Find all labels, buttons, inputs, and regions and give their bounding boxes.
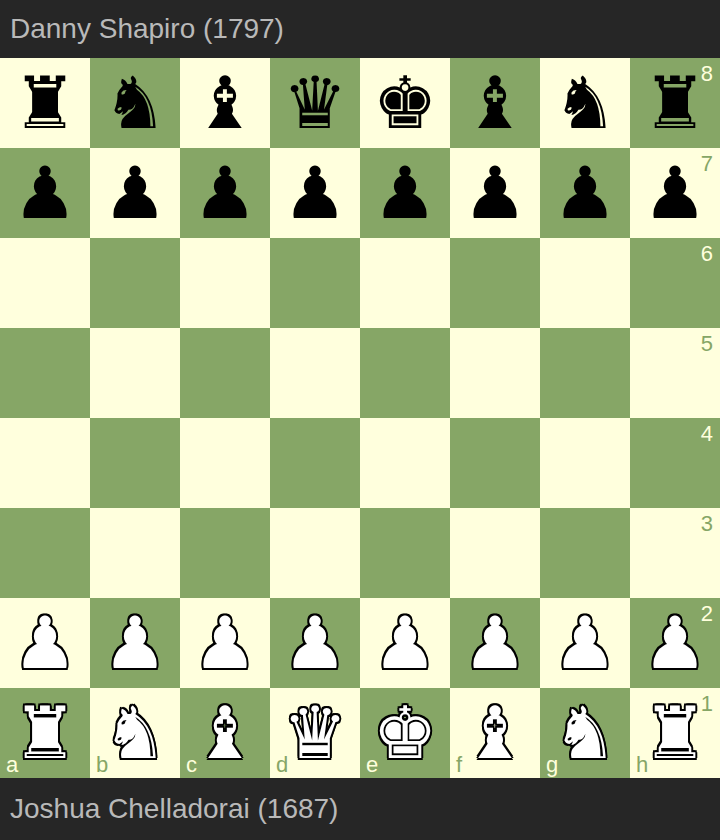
square-g6[interactable] — [540, 238, 630, 328]
coord-rank-5: 5 — [701, 333, 713, 355]
piece-black-knight[interactable]: ♞ — [553, 58, 618, 148]
square-h7[interactable]: ♟7 — [630, 148, 720, 238]
piece-white-pawn[interactable]: ♟ — [463, 598, 528, 688]
square-f4[interactable] — [450, 418, 540, 508]
piece-white-bishop[interactable]: ♝ — [193, 688, 258, 778]
square-e3[interactable] — [360, 508, 450, 598]
coord-rank-1: 1 — [701, 693, 713, 715]
piece-white-pawn[interactable]: ♟ — [373, 598, 438, 688]
coord-file-a: a — [6, 754, 18, 776]
square-a6[interactable] — [0, 238, 90, 328]
square-g3[interactable] — [540, 508, 630, 598]
square-e2[interactable]: ♟ — [360, 598, 450, 688]
piece-white-pawn[interactable]: ♟ — [103, 598, 168, 688]
square-f2[interactable]: ♟ — [450, 598, 540, 688]
piece-white-king[interactable]: ♚ — [373, 688, 438, 778]
square-f8[interactable]: ♝ — [450, 58, 540, 148]
square-e8[interactable]: ♚ — [360, 58, 450, 148]
piece-black-pawn[interactable]: ♟ — [283, 148, 348, 238]
square-c1[interactable]: ♝c — [180, 688, 270, 778]
game-screen: Danny Shapiro (1797) ♜♞♝♛♚♝♞♜8♟♟♟♟♟♟♟♟76… — [0, 0, 720, 840]
square-e7[interactable]: ♟ — [360, 148, 450, 238]
coord-rank-2: 2 — [701, 603, 713, 625]
square-e1[interactable]: ♚e — [360, 688, 450, 778]
square-b5[interactable] — [90, 328, 180, 418]
piece-black-king[interactable]: ♚ — [373, 58, 438, 148]
top-player-name: Danny Shapiro (1797) — [10, 13, 284, 45]
coord-file-c: c — [186, 754, 197, 776]
piece-white-bishop[interactable]: ♝ — [463, 688, 528, 778]
piece-white-pawn[interactable]: ♟ — [643, 598, 708, 688]
square-g7[interactable]: ♟ — [540, 148, 630, 238]
piece-black-pawn[interactable]: ♟ — [643, 148, 708, 238]
square-h2[interactable]: ♟2 — [630, 598, 720, 688]
piece-black-bishop[interactable]: ♝ — [193, 58, 258, 148]
square-b2[interactable]: ♟ — [90, 598, 180, 688]
square-g8[interactable]: ♞ — [540, 58, 630, 148]
square-h8[interactable]: ♜8 — [630, 58, 720, 148]
square-a8[interactable]: ♜ — [0, 58, 90, 148]
square-e5[interactable] — [360, 328, 450, 418]
square-h3[interactable]: 3 — [630, 508, 720, 598]
piece-white-rook[interactable]: ♜ — [13, 688, 78, 778]
square-e4[interactable] — [360, 418, 450, 508]
coord-file-d: d — [276, 754, 288, 776]
square-d7[interactable]: ♟ — [270, 148, 360, 238]
square-b3[interactable] — [90, 508, 180, 598]
piece-white-queen[interactable]: ♛ — [283, 688, 348, 778]
square-b1[interactable]: ♞b — [90, 688, 180, 778]
square-f3[interactable] — [450, 508, 540, 598]
coord-file-h: h — [636, 754, 648, 776]
square-d8[interactable]: ♛ — [270, 58, 360, 148]
coord-rank-6: 6 — [701, 243, 713, 265]
square-d2[interactable]: ♟ — [270, 598, 360, 688]
square-f5[interactable] — [450, 328, 540, 418]
square-b8[interactable]: ♞ — [90, 58, 180, 148]
piece-black-pawn[interactable]: ♟ — [373, 148, 438, 238]
piece-black-pawn[interactable]: ♟ — [103, 148, 168, 238]
coord-file-b: b — [96, 754, 108, 776]
chess-board[interactable]: ♜♞♝♛♚♝♞♜8♟♟♟♟♟♟♟♟76543♟♟♟♟♟♟♟♟2♜a♞b♝c♛d♚… — [0, 58, 720, 778]
coord-rank-8: 8 — [701, 63, 713, 85]
piece-white-pawn[interactable]: ♟ — [13, 598, 78, 688]
coord-file-f: f — [456, 754, 462, 776]
square-c8[interactable]: ♝ — [180, 58, 270, 148]
square-e6[interactable] — [360, 238, 450, 328]
square-g1[interactable]: ♞g — [540, 688, 630, 778]
square-c7[interactable]: ♟ — [180, 148, 270, 238]
piece-white-pawn[interactable]: ♟ — [553, 598, 618, 688]
piece-black-pawn[interactable]: ♟ — [13, 148, 78, 238]
bottom-player-name: Joshua Chelladorai (1687) — [10, 793, 338, 825]
square-h1[interactable]: ♜1h — [630, 688, 720, 778]
square-d1[interactable]: ♛d — [270, 688, 360, 778]
piece-black-bishop[interactable]: ♝ — [463, 58, 528, 148]
square-f7[interactable]: ♟ — [450, 148, 540, 238]
square-g5[interactable] — [540, 328, 630, 418]
square-c2[interactable]: ♟ — [180, 598, 270, 688]
piece-black-knight[interactable]: ♞ — [103, 58, 168, 148]
coord-rank-3: 3 — [701, 513, 713, 535]
piece-black-rook[interactable]: ♜ — [643, 58, 708, 148]
piece-white-pawn[interactable]: ♟ — [283, 598, 348, 688]
piece-white-rook[interactable]: ♜ — [643, 688, 708, 778]
square-b7[interactable]: ♟ — [90, 148, 180, 238]
square-a5[interactable] — [0, 328, 90, 418]
square-d6[interactable] — [270, 238, 360, 328]
coord-file-g: g — [546, 754, 558, 776]
square-d4[interactable] — [270, 418, 360, 508]
square-h5[interactable]: 5 — [630, 328, 720, 418]
piece-black-pawn[interactable]: ♟ — [553, 148, 618, 238]
square-a4[interactable] — [0, 418, 90, 508]
square-c5[interactable] — [180, 328, 270, 418]
square-c3[interactable] — [180, 508, 270, 598]
square-b6[interactable] — [90, 238, 180, 328]
piece-white-pawn[interactable]: ♟ — [193, 598, 258, 688]
coord-rank-4: 4 — [701, 423, 713, 445]
top-player-bar: Danny Shapiro (1797) — [0, 0, 720, 58]
square-b4[interactable] — [90, 418, 180, 508]
piece-black-rook[interactable]: ♜ — [13, 58, 78, 148]
square-g2[interactable]: ♟ — [540, 598, 630, 688]
piece-black-pawn[interactable]: ♟ — [193, 148, 258, 238]
coord-file-e: e — [366, 754, 378, 776]
piece-black-queen[interactable]: ♛ — [283, 58, 348, 148]
square-d5[interactable] — [270, 328, 360, 418]
square-h6[interactable]: 6 — [630, 238, 720, 328]
square-a3[interactable] — [0, 508, 90, 598]
square-f6[interactable] — [450, 238, 540, 328]
square-a7[interactable]: ♟ — [0, 148, 90, 238]
bottom-player-bar: Joshua Chelladorai (1687) — [0, 778, 720, 840]
square-a2[interactable]: ♟ — [0, 598, 90, 688]
square-f1[interactable]: ♝f — [450, 688, 540, 778]
square-c4[interactable] — [180, 418, 270, 508]
piece-white-knight[interactable]: ♞ — [553, 688, 618, 778]
square-c6[interactable] — [180, 238, 270, 328]
piece-black-pawn[interactable]: ♟ — [463, 148, 528, 238]
square-a1[interactable]: ♜a — [0, 688, 90, 778]
coord-rank-7: 7 — [701, 153, 713, 175]
square-d3[interactable] — [270, 508, 360, 598]
piece-white-knight[interactable]: ♞ — [103, 688, 168, 778]
square-g4[interactable] — [540, 418, 630, 508]
square-h4[interactable]: 4 — [630, 418, 720, 508]
